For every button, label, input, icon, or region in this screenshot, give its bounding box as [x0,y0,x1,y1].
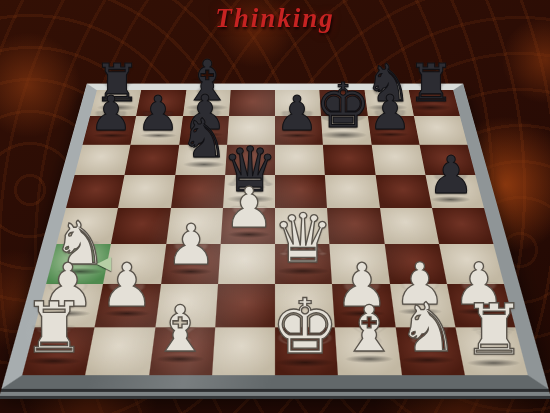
status-text: Thinking [0,2,550,36]
piece-white-pawn-d4[interactable]: ♟♟ [224,180,274,236]
piece-white-queen-e3[interactable]: ♛♛ [273,205,334,273]
piece-white-king-e1[interactable]: ♚♚ [271,289,339,365]
pieces-layer: ♜♜♝♝♞♞♜♜♟♟♟♟♟♟♟♟♚♚♟♟♞♞♛♛♟♟♟♟♞♞♟♟♛♛♟♟♟♟♟♟… [0,0,550,413]
piece-white-rook-h1[interactable]: ♜♜ [463,295,526,365]
piece-white-bishop-f1[interactable]: ♝♝ [340,297,397,361]
piece-black-pawn-h5[interactable]: ♟♟ [428,149,475,201]
piece-black-rook-h8[interactable]: ♜♜ [408,57,455,109]
piece-white-rook-a1[interactable]: ♜♜ [23,293,86,363]
piece-black-pawn-a7[interactable]: ♟♟ [89,89,132,137]
piece-black-knight-c6[interactable]: ♞♞ [180,112,228,166]
piece-black-pawn-b7[interactable]: ♟♟ [136,89,179,137]
piece-black-king-f7[interactable]: ♚♚ [315,75,371,137]
piece-white-knight-g1[interactable]: ♞♞ [398,294,459,362]
game-window: Thinking ♜♜♝♝♞♞♜♜♟♟♟♟♟♟♟♟♚♚♟♟♞♞♛♛♟♟♟♟♞♞♟… [0,0,550,413]
piece-white-bishop-c1[interactable]: ♝♝ [151,297,208,361]
piece-black-pawn-g7[interactable]: ♟♟ [368,88,411,136]
piece-white-pawn-c3[interactable]: ♟♟ [166,217,216,273]
last-move-arrow-icon: ◀ [97,251,112,273]
piece-black-pawn-e7[interactable]: ♟♟ [275,89,318,137]
